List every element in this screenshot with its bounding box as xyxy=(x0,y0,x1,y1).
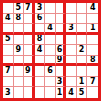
cell-r7c8-empty[interactable] xyxy=(77,66,88,77)
cell-r7c2-empty[interactable] xyxy=(14,66,25,77)
cell-r4c4-given[interactable]: 8 xyxy=(35,35,46,46)
cell-r9c2-empty[interactable] xyxy=(14,87,25,98)
cell-r1c4-given[interactable]: 3 xyxy=(35,3,46,14)
cell-r6c6-given[interactable]: 9 xyxy=(56,56,67,67)
cell-r7c1-given[interactable]: 7 xyxy=(3,66,14,77)
cell-r2c4-given[interactable]: 6 xyxy=(35,14,46,25)
cell-r8c3-empty[interactable] xyxy=(24,77,35,88)
cell-r1c1-empty[interactable] xyxy=(3,3,14,14)
cell-r6c5-empty[interactable] xyxy=(45,56,56,67)
cell-r1c2-given[interactable]: 5 xyxy=(14,3,25,14)
cell-r3c5-given[interactable]: 4 xyxy=(45,24,56,35)
cell-r4c1-given[interactable]: 5 xyxy=(3,35,14,46)
cell-r4c8-empty[interactable] xyxy=(77,35,88,46)
cell-r6c3-empty[interactable] xyxy=(24,56,35,67)
cell-r2c3-empty[interactable] xyxy=(24,14,35,25)
cell-r8c2-empty[interactable] xyxy=(14,77,25,88)
cell-r2c7-empty[interactable] xyxy=(66,14,77,25)
cell-r7c5-given[interactable]: 6 xyxy=(45,66,56,77)
cell-r4c3-empty[interactable] xyxy=(24,35,35,46)
cell-r3c1-empty[interactable] xyxy=(3,24,14,35)
cell-r8c8-given[interactable]: 1 xyxy=(77,77,88,88)
cell-r7c3-given[interactable]: 9 xyxy=(24,66,35,77)
cell-r5c3-empty[interactable] xyxy=(24,45,35,56)
cell-r5c4-given[interactable]: 4 xyxy=(35,45,46,56)
cell-r1c3-given[interactable]: 7 xyxy=(24,3,35,14)
cell-r3c6-empty[interactable] xyxy=(56,24,67,35)
cell-r2c8-empty[interactable] xyxy=(77,14,88,25)
cell-r5c6-given[interactable]: 6 xyxy=(56,45,67,56)
cell-r1c9-given[interactable]: 4 xyxy=(87,3,98,14)
cell-r3c9-given[interactable]: 1 xyxy=(87,24,98,35)
cell-r4c5-empty[interactable] xyxy=(45,35,56,46)
cell-r9c6-given[interactable]: 1 xyxy=(56,87,67,98)
cell-r2c5-empty[interactable] xyxy=(45,14,56,25)
cell-r2c1-given[interactable]: 4 xyxy=(3,14,14,25)
cell-r5c5-empty[interactable] xyxy=(45,45,56,56)
cell-r9c5-empty[interactable] xyxy=(45,87,56,98)
cell-r3c3-empty[interactable] xyxy=(24,24,35,35)
cell-r2c9-empty[interactable] xyxy=(87,14,98,25)
cell-r1c6-empty[interactable] xyxy=(56,3,67,14)
cell-r5c7-empty[interactable] xyxy=(66,45,77,56)
cell-r7c9-empty[interactable] xyxy=(87,66,98,77)
cell-r6c8-empty[interactable] xyxy=(77,56,88,67)
cell-r8c7-empty[interactable] xyxy=(66,77,77,88)
cell-r4c6-empty[interactable] xyxy=(56,35,67,46)
cell-r6c4-empty[interactable] xyxy=(35,56,46,67)
cell-r8c5-empty[interactable] xyxy=(45,77,56,88)
cell-r3c2-empty[interactable] xyxy=(14,24,25,35)
cell-r6c9-given[interactable]: 8 xyxy=(87,56,98,67)
cell-r5c8-given[interactable]: 2 xyxy=(77,45,88,56)
cell-r6c7-empty[interactable] xyxy=(66,56,77,67)
cell-r7c4-empty[interactable] xyxy=(35,66,46,77)
cell-r4c9-empty[interactable] xyxy=(87,35,98,46)
cell-r8c9-given[interactable]: 7 xyxy=(87,77,98,88)
cell-r9c3-empty[interactable] xyxy=(24,87,35,98)
cell-r9c7-given[interactable]: 4 xyxy=(66,87,77,98)
sudoku-board: 5734486431589462987963173145 xyxy=(0,0,101,101)
cell-r8c4-empty[interactable] xyxy=(35,77,46,88)
cell-r4c2-empty[interactable] xyxy=(14,35,25,46)
cell-r3c8-empty[interactable] xyxy=(77,24,88,35)
cell-r1c5-empty[interactable] xyxy=(45,3,56,14)
cell-r5c2-given[interactable]: 9 xyxy=(14,45,25,56)
cell-r9c1-given[interactable]: 3 xyxy=(3,87,14,98)
cell-r2c2-given[interactable]: 8 xyxy=(14,14,25,25)
cell-r7c7-empty[interactable] xyxy=(66,66,77,77)
cell-r6c1-empty[interactable] xyxy=(3,56,14,67)
cell-r7c6-empty[interactable] xyxy=(56,66,67,77)
cell-r9c8-given[interactable]: 5 xyxy=(77,87,88,98)
cell-r9c4-empty[interactable] xyxy=(35,87,46,98)
cell-r8c1-empty[interactable] xyxy=(3,77,14,88)
cell-r5c1-empty[interactable] xyxy=(3,45,14,56)
cell-r2c6-empty[interactable] xyxy=(56,14,67,25)
cell-r4c7-empty[interactable] xyxy=(66,35,77,46)
cell-r3c7-given[interactable]: 3 xyxy=(66,24,77,35)
cell-r1c8-empty[interactable] xyxy=(77,3,88,14)
cell-r1c7-empty[interactable] xyxy=(66,3,77,14)
cell-r5c9-empty[interactable] xyxy=(87,45,98,56)
cell-r6c2-empty[interactable] xyxy=(14,56,25,67)
cell-r8c6-given[interactable]: 3 xyxy=(56,77,67,88)
cell-r3c4-empty[interactable] xyxy=(35,24,46,35)
cell-r9c9-empty[interactable] xyxy=(87,87,98,98)
